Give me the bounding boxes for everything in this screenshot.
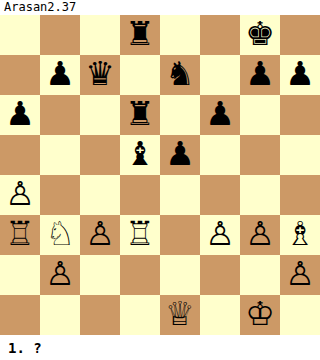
square-h3[interactable]: ♗ — [280, 215, 320, 255]
square-f8[interactable] — [200, 15, 240, 55]
square-g2[interactable] — [240, 255, 280, 295]
piece-black-queen: ♛ — [85, 55, 115, 94]
square-g5[interactable] — [240, 135, 280, 175]
square-b4[interactable] — [40, 175, 80, 215]
piece-black-rook: ♜ — [125, 15, 155, 54]
square-g4[interactable] — [240, 175, 280, 215]
piece-white-bishop: ♗ — [285, 215, 315, 254]
square-c1[interactable] — [80, 295, 120, 335]
square-b5[interactable] — [40, 135, 80, 175]
square-d7[interactable] — [120, 55, 160, 95]
piece-white-queen: ♕ — [165, 295, 195, 334]
piece-white-rook: ♖ — [5, 215, 35, 254]
square-b1[interactable] — [40, 295, 80, 335]
square-g3[interactable]: ♙ — [240, 215, 280, 255]
piece-black-pawn: ♟ — [285, 55, 315, 94]
square-f1[interactable] — [200, 295, 240, 335]
piece-black-pawn: ♟ — [245, 55, 275, 94]
square-d4[interactable] — [120, 175, 160, 215]
square-h4[interactable] — [280, 175, 320, 215]
square-c8[interactable] — [80, 15, 120, 55]
square-f7[interactable] — [200, 55, 240, 95]
square-e8[interactable] — [160, 15, 200, 55]
piece-black-rook: ♜ — [125, 95, 155, 134]
status-bar: 1. ? — [0, 335, 320, 360]
square-e6[interactable] — [160, 95, 200, 135]
square-b6[interactable] — [40, 95, 80, 135]
piece-black-bishop: ♝ — [125, 135, 155, 174]
piece-white-pawn: ♙ — [45, 255, 75, 294]
square-e1[interactable]: ♕ — [160, 295, 200, 335]
square-b7[interactable]: ♟ — [40, 55, 80, 95]
piece-white-pawn: ♙ — [285, 255, 315, 294]
square-a2[interactable] — [0, 255, 40, 295]
square-g7[interactable]: ♟ — [240, 55, 280, 95]
square-c4[interactable] — [80, 175, 120, 215]
square-e4[interactable] — [160, 175, 200, 215]
square-c7[interactable]: ♛ — [80, 55, 120, 95]
square-c3[interactable]: ♙ — [80, 215, 120, 255]
square-g6[interactable] — [240, 95, 280, 135]
square-e5[interactable]: ♟ — [160, 135, 200, 175]
square-h2[interactable]: ♙ — [280, 255, 320, 295]
square-c2[interactable] — [80, 255, 120, 295]
piece-white-pawn: ♙ — [85, 215, 115, 254]
square-c6[interactable] — [80, 95, 120, 135]
piece-white-knight: ♘ — [45, 215, 75, 254]
square-f5[interactable] — [200, 135, 240, 175]
piece-white-pawn: ♙ — [5, 175, 35, 214]
window-title: Arasan2.37 — [4, 0, 76, 15]
square-g1[interactable]: ♔ — [240, 295, 280, 335]
piece-white-pawn: ♙ — [245, 215, 275, 254]
piece-black-pawn: ♟ — [165, 135, 195, 174]
square-d2[interactable] — [120, 255, 160, 295]
square-e2[interactable] — [160, 255, 200, 295]
square-f4[interactable] — [200, 175, 240, 215]
piece-black-king: ♚ — [245, 15, 275, 54]
square-a6[interactable]: ♟ — [0, 95, 40, 135]
piece-black-knight: ♞ — [165, 55, 195, 94]
square-a8[interactable] — [0, 15, 40, 55]
chess-board: ♜♚♟♛♞♟♟♟♜♟♝♟♙♖♘♙♖♙♙♗♙♙♕♔ — [0, 15, 320, 335]
square-h8[interactable] — [280, 15, 320, 55]
square-h7[interactable]: ♟ — [280, 55, 320, 95]
square-c5[interactable] — [80, 135, 120, 175]
piece-white-pawn: ♙ — [205, 215, 235, 254]
piece-black-pawn: ♟ — [205, 95, 235, 134]
square-a4[interactable]: ♙ — [0, 175, 40, 215]
square-b8[interactable] — [40, 15, 80, 55]
square-g8[interactable]: ♚ — [240, 15, 280, 55]
square-f3[interactable]: ♙ — [200, 215, 240, 255]
square-f6[interactable]: ♟ — [200, 95, 240, 135]
piece-white-rook: ♖ — [125, 215, 155, 254]
square-e7[interactable]: ♞ — [160, 55, 200, 95]
square-h1[interactable] — [280, 295, 320, 335]
chess-app-window: Arasan2.37 ♜♚♟♛♞♟♟♟♜♟♝♟♙♖♘♙♖♙♙♗♙♙♕♔ 1. ? — [0, 0, 320, 360]
square-b3[interactable]: ♘ — [40, 215, 80, 255]
square-a3[interactable]: ♖ — [0, 215, 40, 255]
square-d8[interactable]: ♜ — [120, 15, 160, 55]
square-h5[interactable] — [280, 135, 320, 175]
piece-black-pawn: ♟ — [45, 55, 75, 94]
piece-white-king: ♔ — [245, 295, 275, 334]
square-h6[interactable] — [280, 95, 320, 135]
square-b2[interactable]: ♙ — [40, 255, 80, 295]
square-f2[interactable] — [200, 255, 240, 295]
square-d6[interactable]: ♜ — [120, 95, 160, 135]
square-a7[interactable] — [0, 55, 40, 95]
square-a5[interactable] — [0, 135, 40, 175]
title-bar: Arasan2.37 — [0, 0, 320, 15]
square-e3[interactable] — [160, 215, 200, 255]
square-a1[interactable] — [0, 295, 40, 335]
move-prompt: 1. ? — [8, 340, 42, 356]
square-d5[interactable]: ♝ — [120, 135, 160, 175]
square-d1[interactable] — [120, 295, 160, 335]
square-d3[interactable]: ♖ — [120, 215, 160, 255]
piece-black-pawn: ♟ — [5, 95, 35, 134]
